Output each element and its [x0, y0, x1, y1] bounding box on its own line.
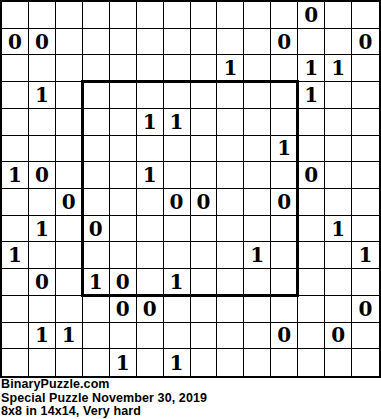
cell-r11c11[interactable] — [271, 269, 298, 296]
cell-r12c11[interactable] — [271, 296, 298, 323]
cell-r2c11: 0 — [271, 29, 298, 56]
cell-r14c3[interactable] — [56, 349, 83, 376]
cell-r1c3[interactable] — [56, 2, 83, 29]
cell-r2c7[interactable] — [164, 29, 191, 56]
cell-r6c3[interactable] — [56, 136, 83, 163]
cell-r14c4[interactable] — [83, 349, 110, 376]
cell-r7c7[interactable] — [164, 162, 191, 189]
cell-r9c12[interactable] — [298, 216, 325, 243]
cell-r14c8[interactable] — [191, 349, 218, 376]
cell-r12c8[interactable] — [191, 296, 218, 323]
cell-r14c11[interactable] — [271, 349, 298, 376]
cell-r14c13[interactable] — [325, 349, 352, 376]
site-name: BinaryPuzzle.com — [1, 378, 381, 392]
cell-r9c8[interactable] — [191, 216, 218, 243]
cell-r4c2: 1 — [29, 82, 56, 109]
cell-r10c12[interactable] — [298, 242, 325, 269]
cell-r2c14: 0 — [352, 29, 379, 56]
cell-r8c3: 0 — [56, 189, 83, 216]
cell-r9c6[interactable] — [137, 216, 164, 243]
cell-r14c14[interactable] — [352, 349, 379, 376]
cell-r1c10[interactable] — [244, 2, 271, 29]
cell-r8c11: 0 — [271, 189, 298, 216]
cell-r13c9[interactable] — [217, 323, 244, 350]
cell-r3c6[interactable] — [137, 55, 164, 82]
cell-r5c11[interactable] — [271, 109, 298, 136]
cell-r3c8[interactable] — [191, 55, 218, 82]
cell-r4c5[interactable] — [110, 82, 137, 109]
cell-r13c2: 1 — [29, 323, 56, 350]
cell-r10c6[interactable] — [137, 242, 164, 269]
cell-r1c4[interactable] — [83, 2, 110, 29]
cell-r9c1[interactable] — [2, 216, 29, 243]
cell-r3c4[interactable] — [83, 55, 110, 82]
cell-r2c5[interactable] — [110, 29, 137, 56]
cell-r9c7[interactable] — [164, 216, 191, 243]
cell-r2c8[interactable] — [191, 29, 218, 56]
footer: BinaryPuzzle.com Special Puzzle November… — [1, 378, 381, 419]
cell-r11c8[interactable] — [191, 269, 218, 296]
cell-r7c14[interactable] — [352, 162, 379, 189]
cell-r4c12: 1 — [298, 82, 325, 109]
cell-r5c9[interactable] — [217, 109, 244, 136]
cell-r3c14[interactable] — [352, 55, 379, 82]
cell-r6c13[interactable] — [325, 136, 352, 163]
cell-r13c6[interactable] — [137, 323, 164, 350]
cell-r5c10[interactable] — [244, 109, 271, 136]
cell-r3c2[interactable] — [29, 55, 56, 82]
cell-r11c6[interactable] — [137, 269, 164, 296]
cell-r13c3: 1 — [56, 323, 83, 350]
cell-r10c1: 1 — [2, 242, 29, 269]
cell-r8c14[interactable] — [352, 189, 379, 216]
cell-r13c7[interactable] — [164, 323, 191, 350]
cell-r14c9[interactable] — [217, 349, 244, 376]
cell-r3c1[interactable] — [2, 55, 29, 82]
cell-r10c7[interactable] — [164, 242, 191, 269]
cell-r11c12[interactable] — [298, 269, 325, 296]
cell-r6c12[interactable] — [298, 136, 325, 163]
cell-r13c4[interactable] — [83, 323, 110, 350]
cell-r6c8[interactable] — [191, 136, 218, 163]
cell-r3c13: 1 — [325, 55, 352, 82]
cell-r1c11[interactable] — [271, 2, 298, 29]
cell-r11c1[interactable] — [2, 269, 29, 296]
cell-r12c2[interactable] — [29, 296, 56, 323]
cell-r12c9[interactable] — [217, 296, 244, 323]
cell-r9c11[interactable] — [271, 216, 298, 243]
cell-r6c14[interactable] — [352, 136, 379, 163]
cell-r11c2: 0 — [29, 269, 56, 296]
cell-r14c6[interactable] — [137, 349, 164, 376]
cell-r8c9[interactable] — [217, 189, 244, 216]
cell-r6c2[interactable] — [29, 136, 56, 163]
cell-r2c10[interactable] — [244, 29, 271, 56]
cell-r12c6: 0 — [137, 296, 164, 323]
cell-r3c5[interactable] — [110, 55, 137, 82]
cell-r2c3[interactable] — [56, 29, 83, 56]
cell-r10c2[interactable] — [29, 242, 56, 269]
cell-r4c14[interactable] — [352, 82, 379, 109]
cell-r9c5[interactable] — [110, 216, 137, 243]
cell-r13c8[interactable] — [191, 323, 218, 350]
cell-r9c2: 1 — [29, 216, 56, 243]
cell-r2c6[interactable] — [137, 29, 164, 56]
cell-r13c14[interactable] — [352, 323, 379, 350]
cell-r5c8[interactable] — [191, 109, 218, 136]
cell-r7c2: 0 — [29, 162, 56, 189]
cell-r4c13[interactable] — [325, 82, 352, 109]
puzzle-title: Special Puzzle November 30, 2019 — [1, 392, 381, 406]
cell-r11c9[interactable] — [217, 269, 244, 296]
cell-r7c10[interactable] — [244, 162, 271, 189]
cell-r1c2[interactable] — [29, 2, 56, 29]
cell-r10c13[interactable] — [325, 242, 352, 269]
cell-r7c4[interactable] — [83, 162, 110, 189]
cell-r13c5[interactable] — [110, 323, 137, 350]
cell-r5c2[interactable] — [29, 109, 56, 136]
cell-r6c5[interactable] — [110, 136, 137, 163]
cell-r2c4[interactable] — [83, 29, 110, 56]
cell-r13c13: 0 — [325, 323, 352, 350]
cell-r11c7: 1 — [164, 269, 191, 296]
cell-r8c12[interactable] — [298, 189, 325, 216]
cell-r5c4[interactable] — [83, 109, 110, 136]
cell-r8c6[interactable] — [137, 189, 164, 216]
cell-r11c10[interactable] — [244, 269, 271, 296]
cell-r13c12[interactable] — [298, 323, 325, 350]
cell-r1c1[interactable] — [2, 2, 29, 29]
cell-r6c7[interactable] — [164, 136, 191, 163]
cell-r1c14[interactable] — [352, 2, 379, 29]
cell-r11c3[interactable] — [56, 269, 83, 296]
cell-r5c1[interactable] — [2, 109, 29, 136]
cell-r14c2[interactable] — [29, 349, 56, 376]
cell-r9c10[interactable] — [244, 216, 271, 243]
cell-r10c3[interactable] — [56, 242, 83, 269]
cell-r12c14: 0 — [352, 296, 379, 323]
cell-r12c7[interactable] — [164, 296, 191, 323]
cell-r6c6[interactable] — [137, 136, 164, 163]
cell-r3c7[interactable] — [164, 55, 191, 82]
cell-r4c4[interactable] — [83, 82, 110, 109]
cell-r2c2: 0 — [29, 29, 56, 56]
cell-r3c9: 1 — [217, 55, 244, 82]
cell-r9c4: 0 — [83, 216, 110, 243]
cell-r2c9[interactable] — [217, 29, 244, 56]
cell-r12c13[interactable] — [325, 296, 352, 323]
cell-r2c1: 0 — [2, 29, 29, 56]
cell-r10c5[interactable] — [110, 242, 137, 269]
cell-r12c4[interactable] — [83, 296, 110, 323]
puzzle-subtitle: 8x8 in 14x14, Very hard — [1, 405, 381, 419]
cell-r1c12: 0 — [298, 2, 325, 29]
cell-r13c10[interactable] — [244, 323, 271, 350]
cell-r6c10[interactable] — [244, 136, 271, 163]
cell-r2c13[interactable] — [325, 29, 352, 56]
cell-r6c9[interactable] — [217, 136, 244, 163]
cell-r7c1: 1 — [2, 162, 29, 189]
cell-r6c1[interactable] — [2, 136, 29, 163]
cell-r5c6: 1 — [137, 109, 164, 136]
cell-r3c11[interactable] — [271, 55, 298, 82]
cell-r1c6[interactable] — [137, 2, 164, 29]
cell-r11c14[interactable] — [352, 269, 379, 296]
cell-r6c4[interactable] — [83, 136, 110, 163]
cell-r8c5[interactable] — [110, 189, 137, 216]
cell-r8c13[interactable] — [325, 189, 352, 216]
cell-r4c3[interactable] — [56, 82, 83, 109]
cell-r5c3[interactable] — [56, 109, 83, 136]
puzzle-grid: 0000011111111101000001011110101000110011 — [0, 0, 381, 378]
cell-r7c13[interactable] — [325, 162, 352, 189]
cell-r5c5[interactable] — [110, 109, 137, 136]
cell-r3c12: 1 — [298, 55, 325, 82]
cell-r5c13[interactable] — [325, 109, 352, 136]
cell-r8c1[interactable] — [2, 189, 29, 216]
cell-r1c13[interactable] — [325, 2, 352, 29]
cell-r11c13[interactable] — [325, 269, 352, 296]
cell-r10c11[interactable] — [271, 242, 298, 269]
cell-r1c5[interactable] — [110, 2, 137, 29]
cell-r10c14: 1 — [352, 242, 379, 269]
cell-r13c11: 0 — [271, 323, 298, 350]
cell-r1c8[interactable] — [191, 2, 218, 29]
cell-r10c4[interactable] — [83, 242, 110, 269]
cell-r7c9[interactable] — [217, 162, 244, 189]
cell-r1c7[interactable] — [164, 2, 191, 29]
cell-r12c12[interactable] — [298, 296, 325, 323]
cell-r11c4: 1 — [83, 269, 110, 296]
cell-r6c11: 1 — [271, 136, 298, 163]
cell-r12c1[interactable] — [2, 296, 29, 323]
cell-r9c3[interactable] — [56, 216, 83, 243]
cell-r14c12[interactable] — [298, 349, 325, 376]
cell-r8c4[interactable] — [83, 189, 110, 216]
cell-r7c12: 0 — [298, 162, 325, 189]
cell-r4c7[interactable] — [164, 82, 191, 109]
cell-r4c1[interactable] — [2, 82, 29, 109]
cell-r5c14[interactable] — [352, 109, 379, 136]
cell-r14c7: 1 — [164, 349, 191, 376]
cell-r7c6: 1 — [137, 162, 164, 189]
cell-r12c3[interactable] — [56, 296, 83, 323]
cell-r14c5: 1 — [110, 349, 137, 376]
cell-r4c6[interactable] — [137, 82, 164, 109]
cell-r9c13: 1 — [325, 216, 352, 243]
cell-r1c9[interactable] — [217, 2, 244, 29]
cell-r7c3[interactable] — [56, 162, 83, 189]
cell-r9c9[interactable] — [217, 216, 244, 243]
cell-r5c7: 1 — [164, 109, 191, 136]
puzzle-page: 0000011111111101000001011110101000110011… — [0, 0, 381, 419]
cell-r4c8[interactable] — [191, 82, 218, 109]
cell-r10c10: 1 — [244, 242, 271, 269]
cell-r8c10[interactable] — [244, 189, 271, 216]
cell-r3c10[interactable] — [244, 55, 271, 82]
cell-r9c14[interactable] — [352, 216, 379, 243]
cell-r11c5: 0 — [110, 269, 137, 296]
cell-r12c10[interactable] — [244, 296, 271, 323]
cell-r13c1[interactable] — [2, 323, 29, 350]
cell-r14c1[interactable] — [2, 349, 29, 376]
cell-r14c10[interactable] — [244, 349, 271, 376]
cell-r2c12[interactable] — [298, 29, 325, 56]
cell-r10c9[interactable] — [217, 242, 244, 269]
cell-r10c8[interactable] — [191, 242, 218, 269]
cell-r3c3[interactable] — [56, 55, 83, 82]
cell-r8c2[interactable] — [29, 189, 56, 216]
cell-r8c7: 0 — [164, 189, 191, 216]
cell-r8c8: 0 — [191, 189, 218, 216]
cell-r7c8[interactable] — [191, 162, 218, 189]
cell-r5c12[interactable] — [298, 109, 325, 136]
cell-r4c9[interactable] — [217, 82, 244, 109]
cell-r7c11[interactable] — [271, 162, 298, 189]
cell-r4c10[interactable] — [244, 82, 271, 109]
cell-r4c11[interactable] — [271, 82, 298, 109]
cell-r12c5: 0 — [110, 296, 137, 323]
cell-r7c5[interactable] — [110, 162, 137, 189]
